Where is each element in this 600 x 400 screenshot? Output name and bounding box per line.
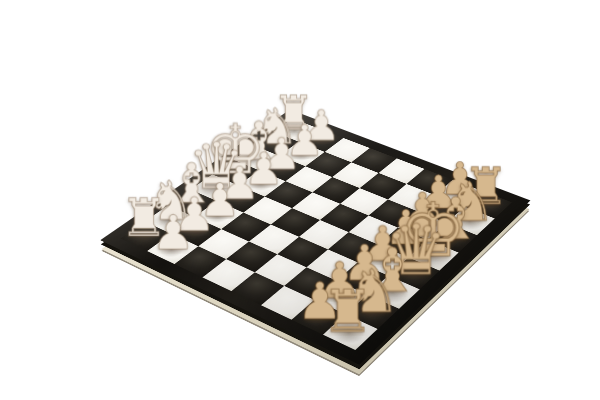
board-3d-world: ♜♟♞♟♝♟♚♟♛♟♟♝♜♟♟♞♞♟♟♜♝♟♟♚♟♛♟♝♟♞♟♜: [100, 110, 530, 366]
scene: ♜♟♞♟♝♟♚♟♛♟♟♝♜♟♟♞♞♟♟♜♝♟♟♚♟♛♟♝♟♞♟♜: [0, 0, 600, 400]
product-photo: ♜♟♞♟♝♟♚♟♛♟♟♝♜♟♟♞♞♟♟♜♝♟♟♚♟♛♟♝♟♞♟♜: [0, 0, 600, 400]
piece-tan-rook: ♜: [297, 282, 398, 340]
pieces-layer: ♜♟♞♟♝♟♚♟♛♟♟♝♜♟♟♞♞♟♟♜♝♟♟♚♟♛♟♝♟♞♟♜: [100, 110, 530, 366]
